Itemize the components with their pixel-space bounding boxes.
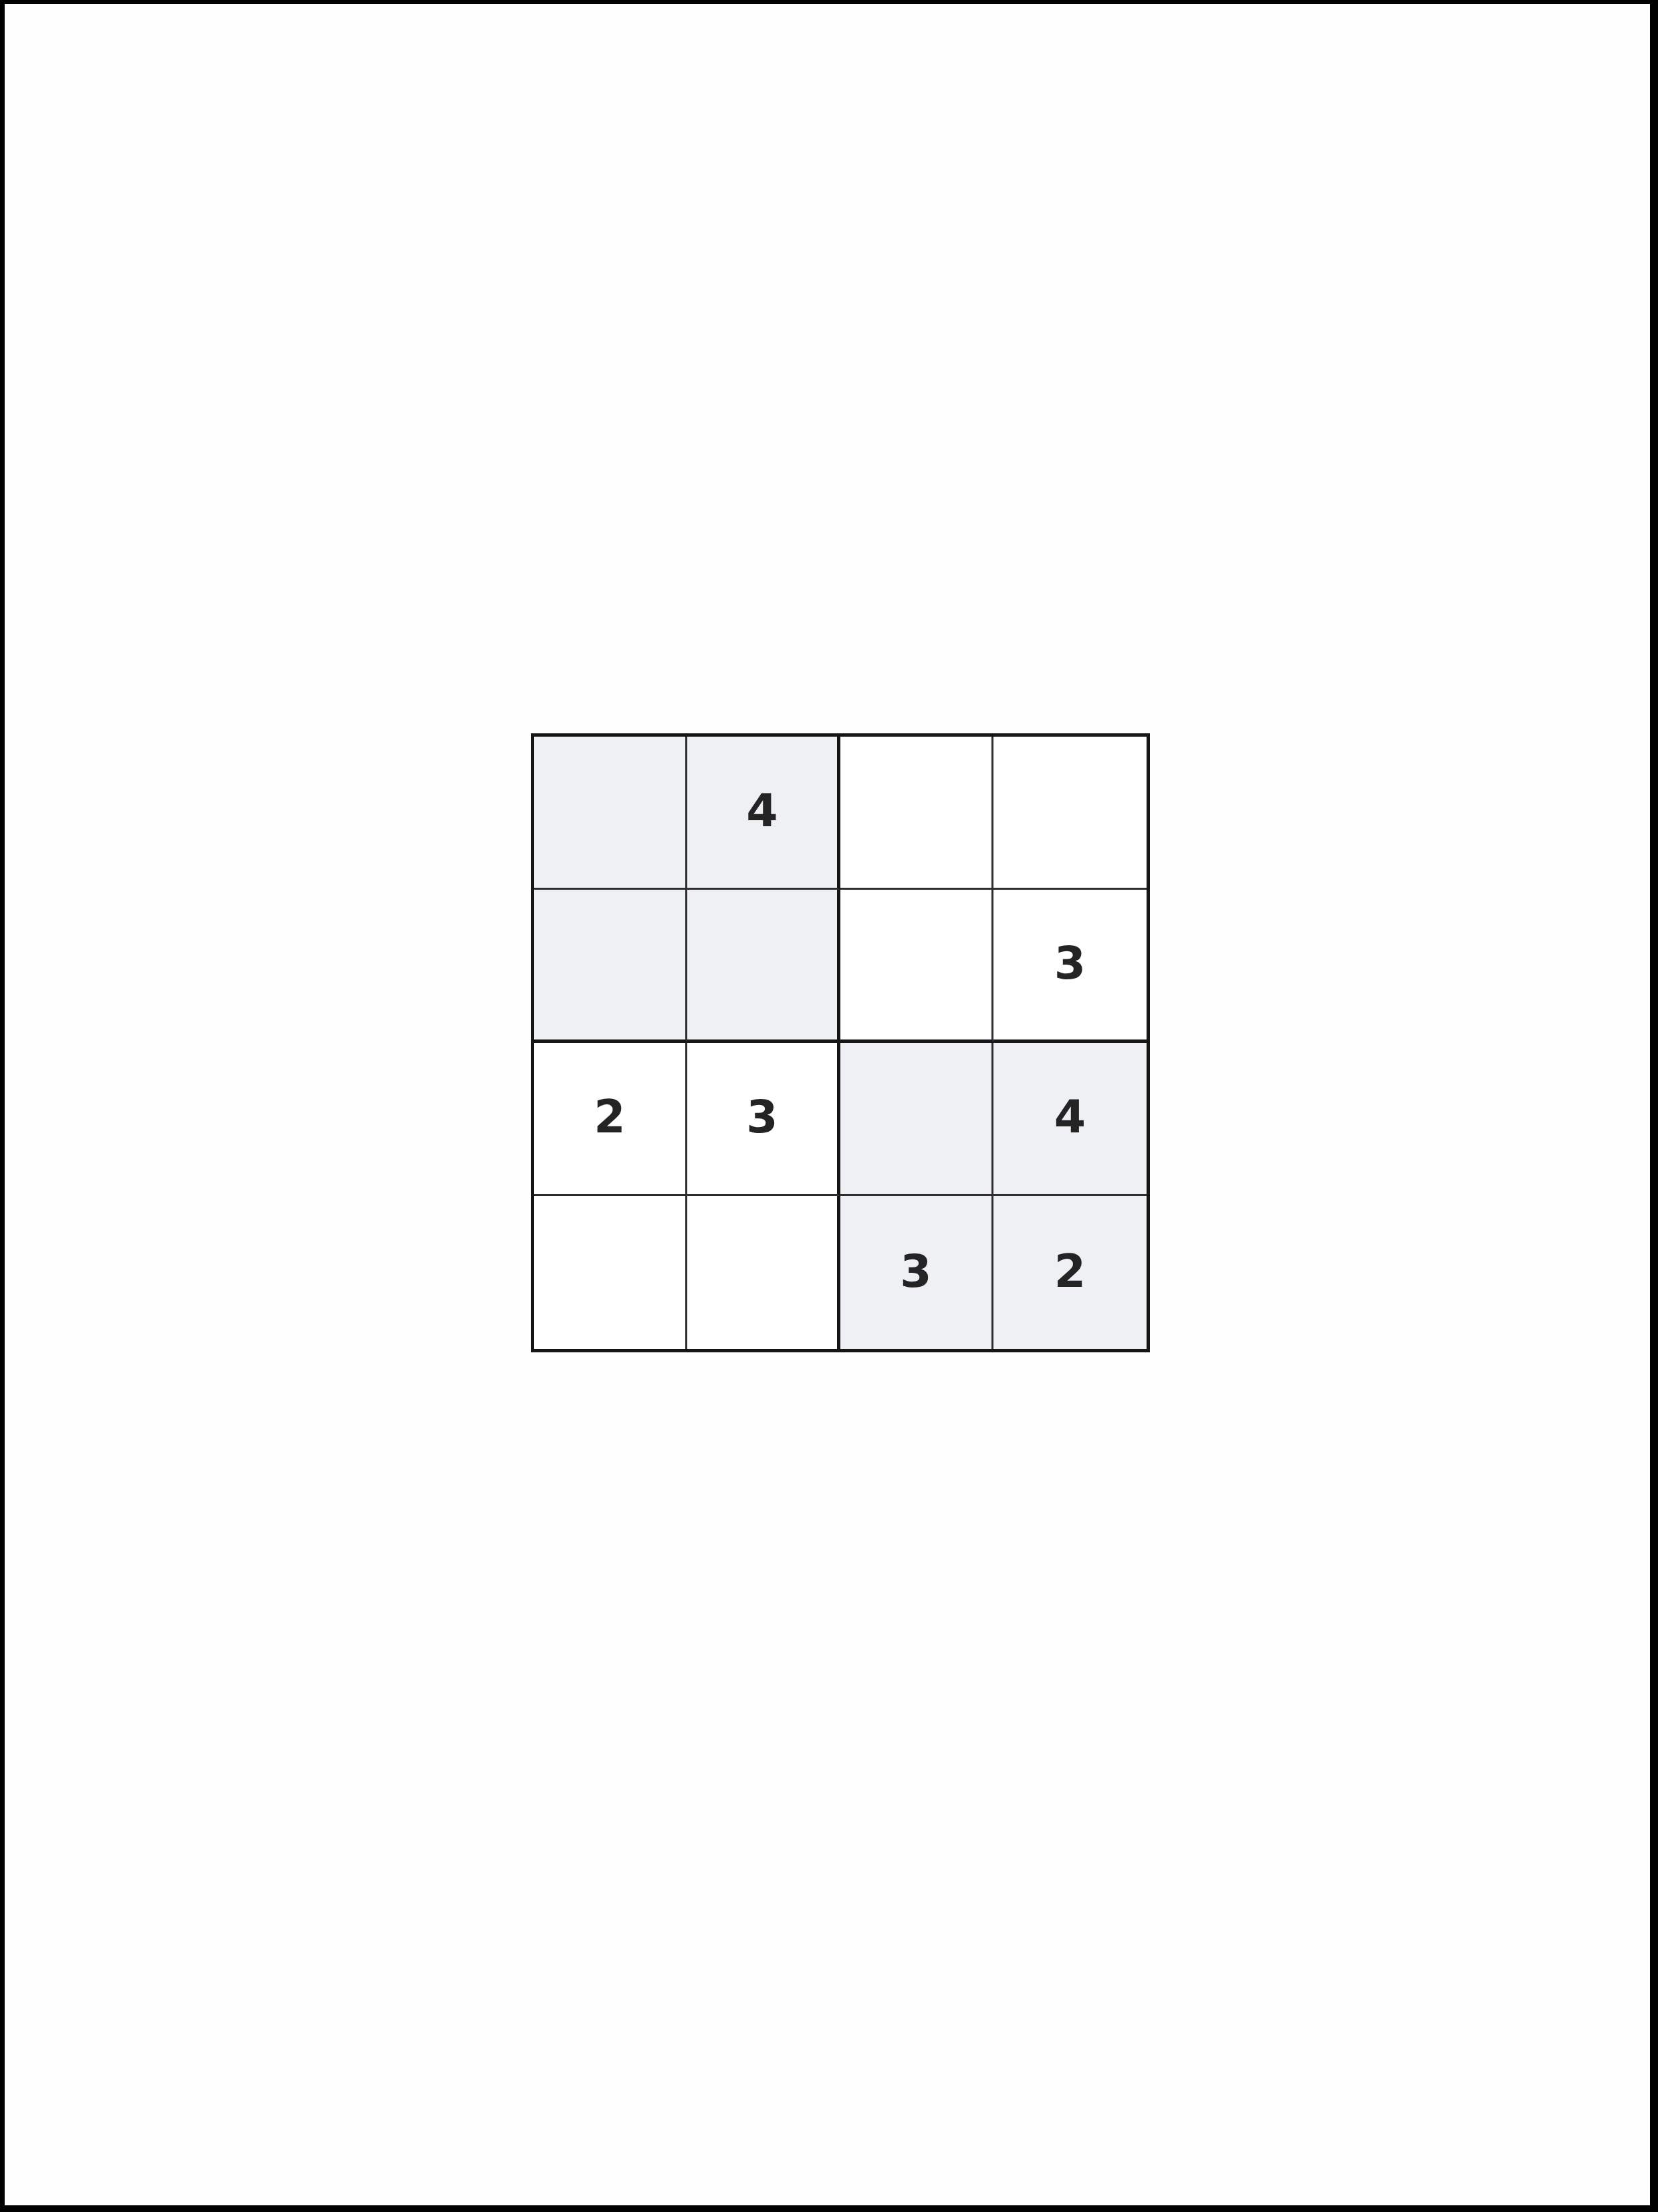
sudoku-cell-r1c3[interactable] (840, 737, 993, 890)
sudoku-cell-r3c4: 4 (993, 1043, 1147, 1196)
sudoku-cell-r3c1: 2 (534, 1043, 687, 1196)
sudoku-cell-r2c4: 3 (993, 890, 1147, 1043)
sudoku-cell-r4c2[interactable] (687, 1196, 840, 1349)
sudoku-cell-r1c4[interactable] (993, 737, 1147, 890)
given-digit: 3 (1054, 941, 1086, 986)
given-digit: 4 (746, 788, 778, 834)
sudoku-board: 4323432 (531, 733, 1150, 1352)
sudoku-cell-r4c1[interactable] (534, 1196, 687, 1349)
worksheet-page: 4323432 (0, 0, 1658, 2212)
sudoku-cell-r4c4: 2 (993, 1196, 1147, 1349)
scanned-page: 4323432 (0, 0, 1658, 2212)
given-digit: 3 (900, 1249, 931, 1294)
given-digit: 4 (1054, 1094, 1086, 1140)
sudoku-cell-r2c3[interactable] (840, 890, 993, 1043)
sudoku-cell-r3c3[interactable] (840, 1043, 993, 1196)
given-digit: 2 (1054, 1249, 1086, 1294)
sudoku-cell-r4c3: 3 (840, 1196, 993, 1349)
sudoku-cell-r1c2: 4 (687, 737, 840, 890)
sudoku-cell-r2c1[interactable] (534, 890, 687, 1043)
sudoku-cell-r3c2: 3 (687, 1043, 840, 1196)
given-digit: 3 (746, 1094, 778, 1140)
sudoku-cell-r1c1[interactable] (534, 737, 687, 890)
sudoku-cell-r2c2[interactable] (687, 890, 840, 1043)
given-digit: 2 (594, 1094, 625, 1140)
